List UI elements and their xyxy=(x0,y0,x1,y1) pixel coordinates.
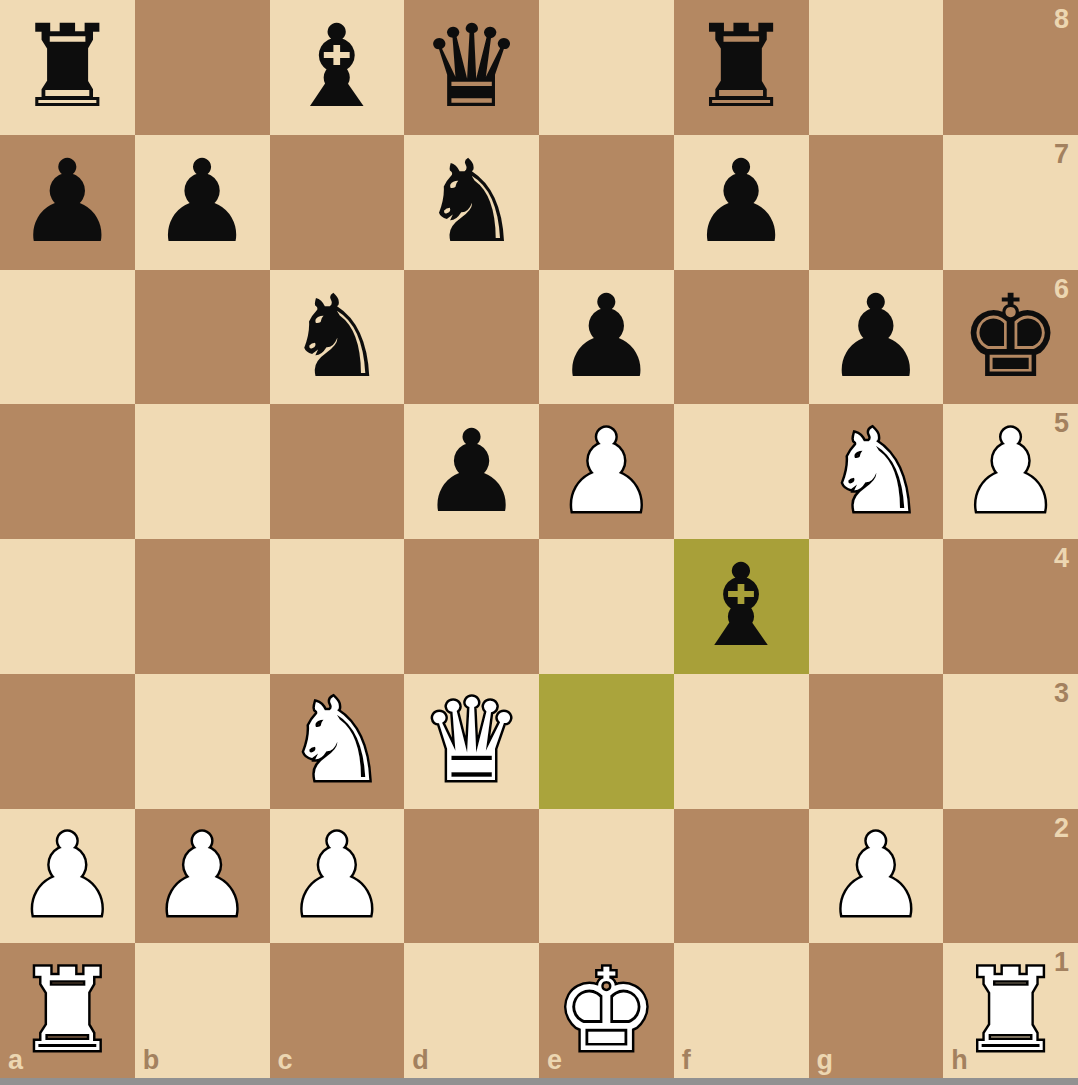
square-g3[interactable] xyxy=(809,674,944,809)
square-h2[interactable]: 2 xyxy=(943,809,1078,944)
square-f1[interactable]: f xyxy=(674,943,809,1078)
rank-label-3: 3 xyxy=(1054,680,1069,707)
piece-black-pawn[interactable]: ♟ xyxy=(809,270,944,405)
square-h8[interactable]: 8 xyxy=(943,0,1078,135)
square-a3[interactable] xyxy=(0,674,135,809)
rank-label-6: 6 xyxy=(1054,276,1069,303)
square-c5[interactable] xyxy=(270,404,405,539)
file-label-g: g xyxy=(817,1047,834,1074)
square-d6[interactable] xyxy=(404,270,539,405)
chess-board-page: ♜♝♛♜8♟♟♞♟7♞♟♟♚6♟♟♞♟5♝4♞♛3♟♟♟♟2♜abcd♚efg♜… xyxy=(0,0,1078,1085)
square-h5[interactable]: ♟5 xyxy=(943,404,1078,539)
file-label-a: a xyxy=(8,1047,23,1074)
square-g5[interactable]: ♞ xyxy=(809,404,944,539)
square-a1[interactable]: ♜a xyxy=(0,943,135,1078)
rank-label-4: 4 xyxy=(1054,545,1069,572)
square-b4[interactable] xyxy=(135,539,270,674)
square-c6[interactable]: ♞ xyxy=(270,270,405,405)
square-d5[interactable]: ♟ xyxy=(404,404,539,539)
rank-label-7: 7 xyxy=(1054,141,1069,168)
square-h3[interactable]: 3 xyxy=(943,674,1078,809)
square-c8[interactable]: ♝ xyxy=(270,0,405,135)
square-g4[interactable] xyxy=(809,539,944,674)
square-d7[interactable]: ♞ xyxy=(404,135,539,270)
piece-white-knight[interactable]: ♞ xyxy=(270,674,405,809)
square-g1[interactable]: g xyxy=(809,943,944,1078)
square-f2[interactable] xyxy=(674,809,809,944)
square-e6[interactable]: ♟ xyxy=(539,270,674,405)
square-f6[interactable] xyxy=(674,270,809,405)
square-b1[interactable]: b xyxy=(135,943,270,1078)
piece-black-rook[interactable]: ♜ xyxy=(0,0,135,135)
rank-label-5: 5 xyxy=(1054,410,1069,437)
file-label-c: c xyxy=(278,1047,293,1074)
square-e2[interactable] xyxy=(539,809,674,944)
piece-black-pawn[interactable]: ♟ xyxy=(0,135,135,270)
rank-label-2: 2 xyxy=(1054,815,1069,842)
file-label-d: d xyxy=(412,1047,429,1074)
square-d3[interactable]: ♛ xyxy=(404,674,539,809)
square-d1[interactable]: d xyxy=(404,943,539,1078)
square-b2[interactable]: ♟ xyxy=(135,809,270,944)
rank-label-8: 8 xyxy=(1054,6,1069,33)
square-a5[interactable] xyxy=(0,404,135,539)
square-d8[interactable]: ♛ xyxy=(404,0,539,135)
square-c2[interactable]: ♟ xyxy=(270,809,405,944)
piece-black-knight[interactable]: ♞ xyxy=(270,270,405,405)
file-label-e: e xyxy=(547,1047,562,1074)
piece-white-pawn[interactable]: ♟ xyxy=(0,809,135,944)
square-f5[interactable] xyxy=(674,404,809,539)
piece-black-pawn[interactable]: ♟ xyxy=(404,404,539,539)
piece-white-queen[interactable]: ♛ xyxy=(404,674,539,809)
square-g7[interactable] xyxy=(809,135,944,270)
square-h1[interactable]: ♜1h xyxy=(943,943,1078,1078)
square-f4[interactable]: ♝ xyxy=(674,539,809,674)
square-c4[interactable] xyxy=(270,539,405,674)
chess-board: ♜♝♛♜8♟♟♞♟7♞♟♟♚6♟♟♞♟5♝4♞♛3♟♟♟♟2♜abcd♚efg♜… xyxy=(0,0,1078,1078)
square-b6[interactable] xyxy=(135,270,270,405)
square-g8[interactable] xyxy=(809,0,944,135)
square-c3[interactable]: ♞ xyxy=(270,674,405,809)
piece-black-pawn[interactable]: ♟ xyxy=(135,135,270,270)
file-label-f: f xyxy=(682,1047,691,1074)
piece-white-pawn[interactable]: ♟ xyxy=(270,809,405,944)
piece-black-rook[interactable]: ♜ xyxy=(674,0,809,135)
square-e1[interactable]: ♚e xyxy=(539,943,674,1078)
square-e7[interactable] xyxy=(539,135,674,270)
square-f7[interactable]: ♟ xyxy=(674,135,809,270)
square-b5[interactable] xyxy=(135,404,270,539)
square-e8[interactable] xyxy=(539,0,674,135)
piece-white-knight[interactable]: ♞ xyxy=(809,404,944,539)
bottom-strip xyxy=(0,1078,1078,1085)
piece-black-pawn[interactable]: ♟ xyxy=(674,135,809,270)
square-h7[interactable]: 7 xyxy=(943,135,1078,270)
piece-white-pawn[interactable]: ♟ xyxy=(135,809,270,944)
square-a7[interactable]: ♟ xyxy=(0,135,135,270)
square-b7[interactable]: ♟ xyxy=(135,135,270,270)
square-d4[interactable] xyxy=(404,539,539,674)
piece-white-pawn[interactable]: ♟ xyxy=(539,404,674,539)
square-g2[interactable]: ♟ xyxy=(809,809,944,944)
piece-black-knight[interactable]: ♞ xyxy=(404,135,539,270)
square-a4[interactable] xyxy=(0,539,135,674)
square-a2[interactable]: ♟ xyxy=(0,809,135,944)
square-d2[interactable] xyxy=(404,809,539,944)
square-a6[interactable] xyxy=(0,270,135,405)
piece-black-bishop[interactable]: ♝ xyxy=(270,0,405,135)
piece-black-queen[interactable]: ♛ xyxy=(404,0,539,135)
piece-white-pawn[interactable]: ♟ xyxy=(809,809,944,944)
square-b8[interactable] xyxy=(135,0,270,135)
piece-black-bishop[interactable]: ♝ xyxy=(674,539,809,674)
square-e5[interactable]: ♟ xyxy=(539,404,674,539)
rank-label-1: 1 xyxy=(1054,949,1069,976)
piece-black-pawn[interactable]: ♟ xyxy=(539,270,674,405)
file-label-h: h xyxy=(951,1047,968,1074)
square-c7[interactable] xyxy=(270,135,405,270)
square-h6[interactable]: ♚6 xyxy=(943,270,1078,405)
square-g6[interactable]: ♟ xyxy=(809,270,944,405)
square-c1[interactable]: c xyxy=(270,943,405,1078)
square-e4[interactable] xyxy=(539,539,674,674)
file-label-b: b xyxy=(143,1047,160,1074)
square-f8[interactable]: ♜ xyxy=(674,0,809,135)
square-a8[interactable]: ♜ xyxy=(0,0,135,135)
square-b3[interactable] xyxy=(135,674,270,809)
square-e3[interactable] xyxy=(539,674,674,809)
square-h4[interactable]: 4 xyxy=(943,539,1078,674)
square-f3[interactable] xyxy=(674,674,809,809)
